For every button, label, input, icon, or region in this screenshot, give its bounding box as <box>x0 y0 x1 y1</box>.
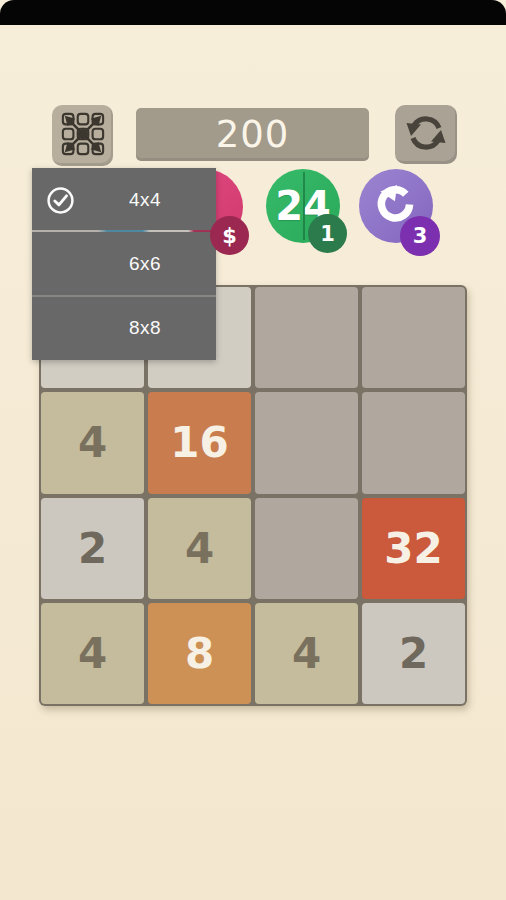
empty-cell <box>255 287 358 388</box>
restart-button[interactable] <box>395 105 457 164</box>
grid-size-button[interactable] <box>52 105 113 166</box>
grid-resize-icon <box>60 111 106 161</box>
coins-badge-label: $ <box>222 224 237 248</box>
empty-cell <box>255 498 358 599</box>
undo-badge-label: 3 <box>413 224 428 248</box>
score-value: 200 <box>216 113 290 156</box>
tile: 4 <box>148 498 251 599</box>
tile: 4 <box>41 392 144 493</box>
tile: 2 <box>362 603 465 704</box>
menu-option-label: 8x8 <box>88 317 216 339</box>
tile: 2 <box>41 498 144 599</box>
status-bar <box>0 0 506 25</box>
empty-cell <box>362 392 465 493</box>
tile: 4 <box>41 603 144 704</box>
menu-option-6x6[interactable]: 6x6 <box>32 232 216 296</box>
bonus-badge-label: 1 <box>320 222 335 246</box>
tile: 4 <box>255 603 358 704</box>
bonus-count-badge: 1 <box>308 214 347 253</box>
undo-count-badge: 3 <box>400 216 440 256</box>
empty-cell <box>255 392 358 493</box>
tile: 8 <box>148 603 251 704</box>
restart-cycle-icon <box>402 109 450 161</box>
tile: 16 <box>148 392 251 493</box>
check-circle-icon <box>32 186 88 215</box>
score-box: 200 <box>136 108 369 161</box>
menu-option-8x8[interactable]: 8x8 <box>32 296 216 360</box>
empty-cell <box>362 287 465 388</box>
menu-option-label: 6x6 <box>88 253 216 275</box>
tile: 32 <box>362 498 465 599</box>
menu-option-label: 4x4 <box>88 189 216 211</box>
coins-badge: $ <box>210 216 249 255</box>
grid-size-menu: 4x4 6x6 8x8 <box>32 168 216 360</box>
menu-option-4x4[interactable]: 4x4 <box>32 168 216 232</box>
